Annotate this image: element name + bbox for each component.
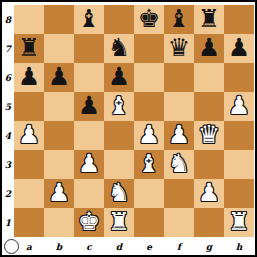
white-pawn[interactable]: ♟ [168, 122, 190, 147]
square-d4[interactable] [104, 121, 134, 150]
square-e3[interactable]: ♝ [134, 150, 164, 179]
square-d5[interactable]: ♝ [104, 92, 134, 121]
square-g2[interactable]: ♟ [194, 179, 224, 208]
black-pawn[interactable]: ♟ [198, 35, 220, 60]
black-bishop[interactable]: ♝ [168, 6, 190, 31]
white-pawn[interactable]: ♟ [198, 180, 220, 205]
white-pawn[interactable]: ♟ [48, 180, 70, 205]
square-h5[interactable]: ♟ [224, 92, 254, 121]
white-to-move-indicator [4, 239, 19, 254]
chess-board[interactable]: ♝♚♝♜♜♞♛♟♟♟♟♟♟♝♟♟♟♟♛♟♝♞♟♞♟♚♜♜ [14, 5, 254, 237]
white-king[interactable]: ♚ [78, 209, 100, 234]
white-knight[interactable]: ♞ [108, 180, 130, 205]
square-e7[interactable] [134, 34, 164, 63]
rank-label-5: 5 [2, 92, 14, 121]
white-rook[interactable]: ♜ [108, 209, 130, 234]
square-f7[interactable]: ♛ [164, 34, 194, 63]
square-c8[interactable]: ♝ [74, 5, 104, 34]
square-a6[interactable]: ♟ [14, 63, 44, 92]
black-rook[interactable]: ♜ [18, 35, 40, 60]
black-knight[interactable]: ♞ [108, 35, 130, 60]
square-b8[interactable] [44, 5, 74, 34]
square-a8[interactable] [14, 5, 44, 34]
square-b5[interactable] [44, 92, 74, 121]
black-pawn[interactable]: ♟ [48, 64, 70, 89]
white-knight[interactable]: ♞ [168, 151, 190, 176]
white-pawn[interactable]: ♟ [138, 122, 160, 147]
square-d3[interactable] [104, 150, 134, 179]
square-f6[interactable] [164, 63, 194, 92]
square-f4[interactable]: ♟ [164, 121, 194, 150]
white-bishop[interactable]: ♝ [138, 151, 160, 176]
white-pawn[interactable]: ♟ [78, 151, 100, 176]
black-pawn[interactable]: ♟ [228, 35, 250, 60]
square-f1[interactable] [164, 208, 194, 237]
square-g1[interactable] [194, 208, 224, 237]
file-label-c: c [74, 240, 104, 253]
square-b7[interactable] [44, 34, 74, 63]
square-g7[interactable]: ♟ [194, 34, 224, 63]
square-d8[interactable] [104, 5, 134, 34]
square-a1[interactable] [14, 208, 44, 237]
square-a7[interactable]: ♜ [14, 34, 44, 63]
square-g6[interactable] [194, 63, 224, 92]
rank-label-3: 3 [2, 150, 14, 179]
file-label-f: f [164, 240, 194, 253]
square-d6[interactable]: ♟ [104, 63, 134, 92]
black-queen[interactable]: ♛ [168, 35, 190, 60]
square-c4[interactable] [74, 121, 104, 150]
square-f5[interactable] [164, 92, 194, 121]
file-label-h: h [224, 240, 254, 253]
square-g3[interactable] [194, 150, 224, 179]
white-pawn[interactable]: ♟ [228, 93, 250, 118]
square-a5[interactable] [14, 92, 44, 121]
square-h8[interactable] [224, 5, 254, 34]
square-e4[interactable]: ♟ [134, 121, 164, 150]
square-h3[interactable] [224, 150, 254, 179]
square-h1[interactable]: ♜ [224, 208, 254, 237]
white-pawn[interactable]: ♟ [18, 122, 40, 147]
black-king[interactable]: ♚ [138, 6, 160, 31]
square-c6[interactable] [74, 63, 104, 92]
black-pawn[interactable]: ♟ [78, 93, 100, 118]
square-c1[interactable]: ♚ [74, 208, 104, 237]
square-g4[interactable]: ♛ [194, 121, 224, 150]
square-b1[interactable] [44, 208, 74, 237]
square-a2[interactable] [14, 179, 44, 208]
white-queen[interactable]: ♛ [198, 122, 220, 147]
black-bishop[interactable]: ♝ [78, 6, 100, 31]
square-b6[interactable]: ♟ [44, 63, 74, 92]
rank-label-4: 4 [2, 121, 14, 150]
file-label-g: g [194, 240, 224, 253]
black-rook[interactable]: ♜ [198, 6, 220, 31]
square-c7[interactable] [74, 34, 104, 63]
square-h2[interactable] [224, 179, 254, 208]
square-h7[interactable]: ♟ [224, 34, 254, 63]
square-c2[interactable] [74, 179, 104, 208]
file-label-e: e [134, 240, 164, 253]
rank-label-6: 6 [2, 63, 14, 92]
square-f8[interactable]: ♝ [164, 5, 194, 34]
chess-diagram: ♝♚♝♜♜♞♛♟♟♟♟♟♟♝♟♟♟♟♛♟♝♞♟♞♟♚♜♜ 87654321 ab… [0, 0, 257, 257]
square-g5[interactable] [194, 92, 224, 121]
square-c3[interactable]: ♟ [74, 150, 104, 179]
square-h4[interactable] [224, 121, 254, 150]
black-pawn[interactable]: ♟ [108, 64, 130, 89]
white-rook[interactable]: ♜ [228, 209, 250, 234]
rank-label-2: 2 [2, 179, 14, 208]
square-a3[interactable] [14, 150, 44, 179]
square-b4[interactable] [44, 121, 74, 150]
rank-label-1: 1 [2, 208, 14, 237]
file-label-d: d [104, 240, 134, 253]
white-bishop[interactable]: ♝ [108, 93, 130, 118]
square-b2[interactable]: ♟ [44, 179, 74, 208]
square-e1[interactable] [134, 208, 164, 237]
square-f2[interactable] [164, 179, 194, 208]
black-pawn[interactable]: ♟ [18, 64, 40, 89]
rank-label-8: 8 [2, 5, 14, 34]
square-f3[interactable]: ♞ [164, 150, 194, 179]
square-d2[interactable]: ♞ [104, 179, 134, 208]
square-e2[interactable] [134, 179, 164, 208]
square-h6[interactable] [224, 63, 254, 92]
square-e5[interactable] [134, 92, 164, 121]
square-a4[interactable]: ♟ [14, 121, 44, 150]
square-e8[interactable]: ♚ [134, 5, 164, 34]
square-g8[interactable]: ♜ [194, 5, 224, 34]
square-e6[interactable] [134, 63, 164, 92]
square-c5[interactable]: ♟ [74, 92, 104, 121]
square-d1[interactable]: ♜ [104, 208, 134, 237]
square-b3[interactable] [44, 150, 74, 179]
rank-label-7: 7 [2, 34, 14, 63]
square-d7[interactable]: ♞ [104, 34, 134, 63]
file-label-b: b [44, 240, 74, 253]
